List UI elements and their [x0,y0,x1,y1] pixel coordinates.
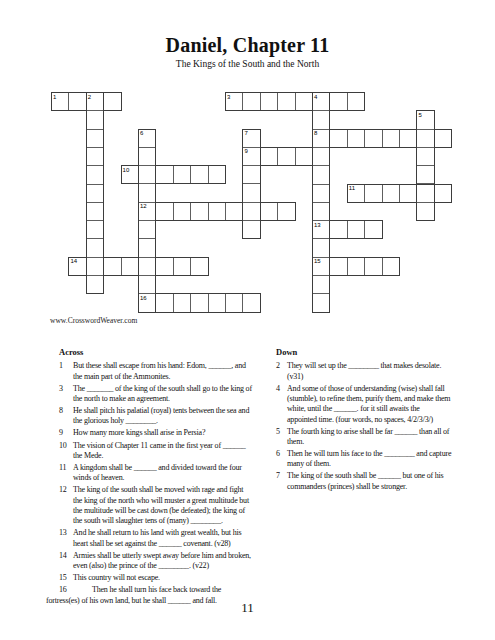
cell-separator [243,183,259,184]
cell-separator [139,238,155,239]
cell-separator [139,293,155,294]
clue-text: A kingdom shall be ______ and divided to… [73,463,242,482]
clue-number: 13 [59,528,67,538]
clue-across-3: 3The _______ of the king of the south sh… [59,384,271,405]
cell-number-10: 10 [123,167,130,173]
clue-text: The king of the south shall be moved wit… [73,485,249,525]
cell-separator [139,165,155,166]
puzzle-page: Daniel, Chapter 11 The Kings of the Sout… [0,0,495,640]
cell-separator [295,93,296,110]
cell-separator [87,110,103,111]
clue-text: The _______ of the king of the south sha… [73,384,252,403]
clue-number: 10 [59,441,67,451]
grid-word-6-down [138,129,156,313]
cell-separator [87,238,103,239]
grid-word-7-down [242,129,260,240]
cell-separator [139,183,155,184]
cell-separator [313,238,329,239]
cell-separator [87,220,103,221]
cell-separator [382,185,383,202]
clue-across-11: 11A kingdom shall be ______ and divided … [59,463,271,484]
cell-separator [173,203,174,220]
clue-number: 7 [276,471,280,481]
cell-separator [173,166,174,183]
clue-down-4: 4And some of those of understanding (wis… [276,384,486,425]
clue-number: 4 [276,384,280,394]
cell-separator [139,257,155,258]
cell-separator [313,110,329,111]
clue-text: The king of the south shall be ______ bu… [287,471,443,490]
cell-separator [139,147,155,148]
cell-number-6: 6 [140,130,143,136]
cell-separator [243,165,259,166]
cell-separator [87,165,103,166]
cell-separator [208,166,209,183]
cell-separator [190,258,191,275]
down-clue-list: 2They will set up the ________ that make… [276,361,486,492]
cell-separator [347,258,348,275]
cell-separator [347,221,348,238]
grid-word-12-across [138,202,296,221]
cell-separator [313,293,329,294]
cell-separator [173,294,174,311]
clue-number: 12 [59,485,67,495]
down-clues-section: Down 2They will set up the ________ that… [276,347,486,494]
cell-separator [87,147,103,148]
cell-separator [277,148,278,165]
cell-separator [225,203,226,220]
cell-separator [260,93,261,110]
cell-separator [417,183,433,184]
cell-separator [87,184,103,185]
cell-separator [139,220,155,221]
clue-number: 3 [59,384,63,394]
clue-text: But these shall escape from his hand: Ed… [73,361,246,380]
clue-text: Then he will turn his face to the ______… [287,449,451,468]
cell-separator [417,202,433,203]
clue-across-1: 1But these shall escape from his hand: E… [59,361,271,382]
cell-number-2: 2 [88,94,91,100]
clue-across-10: 10The vision of Chapter 11 came in the f… [59,441,271,462]
cell-separator [277,203,278,220]
clue-number: 9 [59,428,63,438]
clue-across-14: 14Armies shall be utterly swept away bef… [59,551,271,572]
cell-separator [347,93,348,110]
clue-number: 16 [59,585,92,595]
cell-separator [364,221,365,238]
grid-word-11-across [347,184,452,203]
cell-separator [399,185,400,202]
cell-separator [382,258,383,275]
cell-number-3: 3 [227,94,230,100]
clue-number: 2 [276,361,280,371]
cell-separator [87,129,103,130]
grid-word-3-across [225,92,365,111]
clue-down-5: 5The fourth king to arise shall be far _… [276,427,486,448]
grid-word-10-across [121,165,226,184]
down-header: Down [276,347,486,357]
cell-separator [417,165,433,166]
across-clue-list: 1But these shall escape from his hand: E… [59,361,271,606]
cell-separator [364,258,365,275]
clue-text: The fourth king to arise shall be far __… [287,427,449,446]
cell-separator [208,294,209,311]
clue-across-15: 15This country will not escape. [59,573,271,583]
cell-separator [243,202,259,203]
cell-separator [68,93,69,110]
across-clues-section: Across 1But these shall escape from his … [59,347,271,608]
cell-number-1: 1 [53,94,56,100]
clue-number: 5 [276,427,280,437]
clue-number: 15 [59,573,67,583]
cell-separator [190,203,191,220]
cell-number-14: 14 [70,258,77,264]
cell-separator [243,220,259,221]
cell-separator [190,166,191,183]
cell-separator [313,147,329,148]
cell-separator [295,148,296,165]
cell-number-7: 7 [244,130,247,136]
cell-separator [313,129,329,130]
cell-separator [417,129,433,130]
clue-down-6: 6Then he will turn his face to the _____… [276,449,486,470]
clue-number: 14 [59,551,67,561]
clue-text: Armies shall be utterly swept away befor… [73,551,251,570]
cell-separator [243,147,259,148]
clue-number: 6 [276,449,280,459]
cell-separator [313,257,329,258]
cell-separator [313,165,329,166]
clue-across-8: 8He shall pitch his palatial (royal) ten… [59,406,271,427]
cell-separator [225,294,226,311]
cell-separator [364,130,365,147]
cell-separator [313,184,329,185]
cell-separator [313,220,329,221]
across-header: Across [59,347,271,357]
clue-text: And some of those of understanding (wise… [287,384,450,424]
cell-separator [208,203,209,220]
cell-separator [277,93,278,110]
clue-number: 8 [59,406,63,416]
cell-separator [313,202,329,203]
cell-number-11: 11 [349,185,355,191]
grid-word-16-across [138,293,261,312]
clue-across-12: 12The king of the south shall be moved w… [59,485,271,526]
cell-separator [242,93,243,110]
clue-text: The vision of Chapter 11 came in the fir… [73,441,245,460]
clue-text: How many more kings shall arise in Persi… [73,428,205,437]
cell-separator [417,147,433,148]
clue-text: They will set up the ________ that makes… [287,361,441,380]
clue-across-9: 9How many more kings shall arise in Pers… [59,428,271,438]
clue-across-13: 13And he shall return to his land with g… [59,528,271,549]
clue-number: 1 [59,361,63,371]
grid-word-5-down [416,110,434,221]
cell-number-5: 5 [418,112,421,118]
cell-separator [364,185,365,202]
cell-separator [87,257,103,258]
cell-separator [139,202,155,203]
cell-separator [87,202,103,203]
cell-number-4: 4 [314,94,317,100]
clue-number: 11 [59,463,66,473]
cell-separator [347,130,348,147]
cell-separator [399,130,400,147]
cell-separator [121,258,122,275]
grid-word-2-down [86,92,104,294]
cell-separator [139,275,155,276]
clue-down-2: 2They will set up the ________ that make… [276,361,486,382]
clue-text: This country will not escape. [73,573,160,582]
cell-separator [382,130,383,147]
cell-separator [87,275,103,276]
clue-text: And he shall return to his land with gre… [73,528,241,547]
website-credit: www.CrosswordWeaver.com [50,316,137,325]
cell-separator [242,294,243,311]
cell-separator [313,275,329,276]
cell-separator [173,258,174,275]
clue-text: Then he shall turn his face back toward … [92,585,221,594]
cell-separator [190,294,191,311]
clue-down-7: 7The king of the south shall be ______ b… [276,471,486,492]
grid-word-4-down [312,92,330,313]
page-number: 11 [0,600,495,616]
clue-text: He shall pitch his palatial (royal) tent… [73,406,249,425]
